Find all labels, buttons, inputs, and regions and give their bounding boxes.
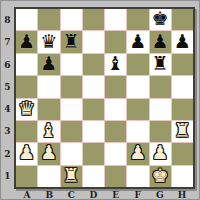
file-label-d: D (82, 189, 104, 200)
file-label-f: F (127, 189, 149, 200)
square-a3[interactable] (16, 121, 37, 142)
square-b5[interactable] (38, 76, 59, 97)
piece-white-pawn[interactable]: ♟ (129, 143, 146, 162)
piece-black-bishop[interactable]: ♝ (107, 54, 124, 73)
square-h6[interactable] (172, 54, 193, 75)
file-label-h: H (171, 189, 193, 200)
chess-board: ♚♟♛♜♟♟♟♟♝♜♛♝♜♟♟♟♟♜♚ (16, 9, 193, 187)
square-e3[interactable] (105, 121, 126, 142)
square-e2[interactable] (105, 143, 126, 164)
square-e8[interactable] (105, 9, 126, 30)
rank-label-5: 5 (1, 76, 14, 98)
square-d6[interactable] (83, 54, 104, 75)
square-g2[interactable]: ♟ (150, 143, 171, 164)
square-f1[interactable] (127, 166, 148, 187)
file-label-c: C (60, 189, 82, 200)
piece-black-queen[interactable]: ♛ (40, 32, 57, 51)
piece-black-pawn[interactable]: ♟ (18, 32, 35, 51)
square-f2[interactable]: ♟ (127, 143, 148, 164)
piece-black-king[interactable]: ♚ (152, 9, 169, 28)
square-c1[interactable]: ♜ (61, 166, 82, 187)
square-f8[interactable] (127, 9, 148, 30)
piece-white-pawn[interactable]: ♟ (18, 143, 35, 162)
square-h5[interactable] (172, 76, 193, 97)
rank-label-1: 1 (1, 165, 14, 187)
rank-label-3: 3 (1, 120, 14, 142)
square-a4[interactable]: ♛ (16, 99, 37, 120)
piece-black-pawn[interactable]: ♟ (40, 54, 57, 73)
square-h3[interactable]: ♜ (172, 121, 193, 142)
chess-app-window: 87654321 ♚♟♛♜♟♟♟♟♝♜♛♝♜♟♟♟♟♜♚ ABCDEFGH (0, 0, 200, 200)
rank-label-8: 8 (1, 9, 14, 31)
square-c6[interactable] (61, 54, 82, 75)
board-frame: ♚♟♛♜♟♟♟♟♝♜♛♝♜♟♟♟♟♜♚ (14, 7, 195, 189)
piece-black-pawn[interactable]: ♟ (129, 32, 146, 51)
square-e6[interactable]: ♝ (105, 54, 126, 75)
square-d2[interactable] (83, 143, 104, 164)
square-c3[interactable] (61, 121, 82, 142)
square-f4[interactable] (127, 99, 148, 120)
square-g5[interactable] (150, 76, 171, 97)
piece-white-pawn[interactable]: ♟ (152, 143, 169, 162)
square-f7[interactable]: ♟ (127, 31, 148, 52)
square-c2[interactable] (61, 143, 82, 164)
square-f3[interactable] (127, 121, 148, 142)
square-c4[interactable] (61, 99, 82, 120)
piece-white-pawn[interactable]: ♟ (40, 143, 57, 162)
file-label-b: B (38, 189, 60, 200)
square-f6[interactable] (127, 54, 148, 75)
square-g3[interactable] (150, 121, 171, 142)
square-d1[interactable] (83, 166, 104, 187)
square-e1[interactable] (105, 166, 126, 187)
square-b1[interactable] (38, 166, 59, 187)
square-b7[interactable]: ♛ (38, 31, 59, 52)
piece-black-rook[interactable]: ♜ (63, 32, 80, 51)
square-d7[interactable] (83, 31, 104, 52)
square-d5[interactable] (83, 76, 104, 97)
square-f5[interactable] (127, 76, 148, 97)
piece-white-king[interactable]: ♚ (152, 166, 169, 185)
square-g4[interactable] (150, 99, 171, 120)
square-b8[interactable] (38, 9, 59, 30)
square-b6[interactable]: ♟ (38, 54, 59, 75)
square-h8[interactable] (172, 9, 193, 30)
piece-black-pawn[interactable]: ♟ (152, 32, 169, 51)
square-c7[interactable]: ♜ (61, 31, 82, 52)
file-labels: ABCDEFGH (16, 189, 193, 200)
rank-label-2: 2 (1, 143, 14, 165)
square-a2[interactable]: ♟ (16, 143, 37, 164)
square-g8[interactable]: ♚ (150, 9, 171, 30)
square-a5[interactable] (16, 76, 37, 97)
rank-label-6: 6 (1, 54, 14, 76)
piece-white-rook[interactable]: ♜ (174, 121, 191, 140)
square-d3[interactable] (83, 121, 104, 142)
square-g7[interactable]: ♟ (150, 31, 171, 52)
square-d4[interactable] (83, 99, 104, 120)
square-c8[interactable] (61, 9, 82, 30)
square-a6[interactable] (16, 54, 37, 75)
square-b2[interactable]: ♟ (38, 143, 59, 164)
square-c5[interactable] (61, 76, 82, 97)
file-label-g: G (149, 189, 171, 200)
square-h4[interactable] (172, 99, 193, 120)
square-g6[interactable]: ♜ (150, 54, 171, 75)
square-a7[interactable]: ♟ (16, 31, 37, 52)
square-a8[interactable] (16, 9, 37, 30)
square-b4[interactable] (38, 99, 59, 120)
file-label-e: E (105, 189, 127, 200)
piece-white-rook[interactable]: ♜ (63, 166, 80, 185)
piece-black-pawn[interactable]: ♟ (174, 32, 191, 51)
piece-white-queen[interactable]: ♛ (18, 99, 35, 118)
square-e4[interactable] (105, 99, 126, 120)
piece-black-rook[interactable]: ♜ (152, 54, 169, 73)
square-e5[interactable] (105, 76, 126, 97)
square-h2[interactable] (172, 143, 193, 164)
rank-label-7: 7 (1, 31, 14, 53)
square-g1[interactable]: ♚ (150, 166, 171, 187)
square-a1[interactable] (16, 166, 37, 187)
rank-label-4: 4 (1, 98, 14, 120)
square-b3[interactable]: ♝ (38, 121, 59, 142)
square-h1[interactable] (172, 166, 193, 187)
square-d8[interactable] (83, 9, 104, 30)
square-e7[interactable] (105, 31, 126, 52)
piece-white-bishop[interactable]: ♝ (40, 121, 57, 140)
rank-labels: 87654321 (1, 9, 14, 187)
file-label-a: A (16, 189, 38, 200)
square-h7[interactable]: ♟ (172, 31, 193, 52)
